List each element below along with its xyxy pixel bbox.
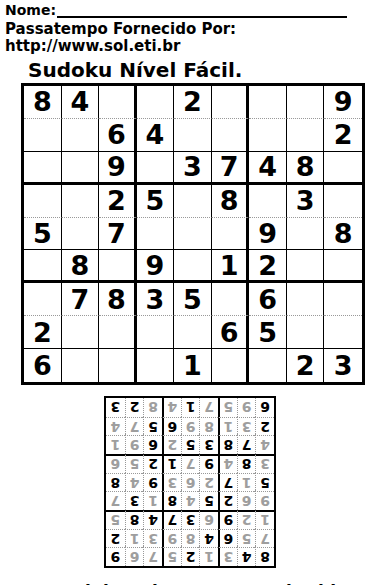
puzzle-cell-r5c1: 5 bbox=[24, 218, 62, 251]
solution-cell-r1c7: 7 bbox=[143, 547, 162, 566]
puzzle-cell-r3c3: 9 bbox=[99, 152, 137, 185]
sudoku-worksheet-page: Nome: Passatempo Fornecido Por: http://w… bbox=[0, 0, 380, 585]
solution-cell-r2c2: 5 bbox=[237, 529, 256, 548]
puzzle-cell-r8c8 bbox=[287, 316, 325, 349]
solution-cell-r3c3: 9 bbox=[218, 510, 237, 529]
solution-cell-r1c3: 3 bbox=[218, 547, 237, 566]
solution-cell-r6c9: 6 bbox=[106, 454, 125, 473]
puzzle-cell-r8c4 bbox=[137, 316, 175, 349]
solution-cell-r2c3: 6 bbox=[218, 529, 237, 548]
solution-cell-r8c7: 5 bbox=[143, 417, 162, 436]
solution-cell-r7c7: 6 bbox=[143, 435, 162, 454]
puzzle-cell-r4c3: 2 bbox=[99, 185, 137, 218]
solution-cell-r3c4: 6 bbox=[199, 510, 218, 529]
puzzle-cell-r5c2 bbox=[62, 218, 100, 251]
solution-cell-r1c4: 1 bbox=[199, 547, 218, 566]
puzzle-cell-r9c5: 1 bbox=[174, 349, 212, 382]
puzzle-cell-r6c4: 9 bbox=[137, 250, 175, 283]
solution-cell-r2c5: 8 bbox=[181, 529, 200, 548]
solution-cell-r8c1: 2 bbox=[255, 417, 274, 436]
solution-cell-r8c6: 6 bbox=[162, 417, 181, 436]
puzzle-cell-r9c7 bbox=[249, 349, 287, 382]
puzzle-cell-r4c8: 3 bbox=[287, 185, 325, 218]
solution-cell-r5c9: 8 bbox=[106, 473, 125, 492]
puzzle-cell-r6c5 bbox=[174, 250, 212, 283]
puzzle-cell-r6c7: 2 bbox=[249, 250, 287, 283]
solution-cell-r8c9: 4 bbox=[106, 417, 125, 436]
solution-cell-r3c8: 8 bbox=[125, 510, 144, 529]
solution-cell-r8c5: 9 bbox=[181, 417, 200, 436]
puzzle-cell-r8c1: 2 bbox=[24, 316, 62, 349]
puzzle-cell-r9c6 bbox=[212, 349, 250, 382]
puzzle-cell-r1c1: 8 bbox=[24, 86, 62, 119]
puzzle-cell-r5c3: 7 bbox=[99, 218, 137, 251]
puzzle-cell-r7c5: 5 bbox=[174, 283, 212, 316]
puzzle-cell-r7c6 bbox=[212, 283, 250, 316]
puzzle-cell-r2c7 bbox=[249, 119, 287, 152]
puzzle-cell-r1c8 bbox=[287, 86, 325, 119]
solution-cell-r9c8: 2 bbox=[125, 398, 144, 417]
puzzle-cell-r8c3 bbox=[99, 316, 137, 349]
solution-cell-r5c8: 4 bbox=[125, 473, 144, 492]
puzzle-cell-r8c6: 6 bbox=[212, 316, 250, 349]
solution-cell-r6c1: 3 bbox=[255, 454, 274, 473]
puzzle-cell-r4c9 bbox=[324, 185, 362, 218]
solution-cell-r8c2: 3 bbox=[237, 417, 256, 436]
solution-cell-r7c9: 1 bbox=[106, 435, 125, 454]
solution-cell-r3c6: 7 bbox=[162, 510, 181, 529]
solution-cell-r7c1: 4 bbox=[255, 435, 274, 454]
puzzle-cell-r4c5 bbox=[174, 185, 212, 218]
name-label: Nome: bbox=[5, 2, 56, 18]
puzzle-cell-r3c8: 8 bbox=[287, 152, 325, 185]
puzzle-cell-r5c6 bbox=[212, 218, 250, 251]
solution-cell-r5c4: 2 bbox=[199, 473, 218, 492]
solution-cell-r1c1: 8 bbox=[255, 547, 274, 566]
solution-cell-r7c6: 2 bbox=[162, 435, 181, 454]
puzzle-cell-r9c8: 2 bbox=[287, 349, 325, 382]
solution-cell-r6c6: 1 bbox=[162, 454, 181, 473]
solution-cell-r1c9: 9 bbox=[106, 547, 125, 566]
puzzle-cell-r5c5 bbox=[174, 218, 212, 251]
puzzle-cell-r8c2 bbox=[62, 316, 100, 349]
puzzle-cell-r8c9 bbox=[324, 316, 362, 349]
solution-cell-r3c1: 1 bbox=[255, 510, 274, 529]
puzzle-cell-r1c9: 9 bbox=[324, 86, 362, 119]
puzzle-cell-r1c7 bbox=[249, 86, 287, 119]
solution-cell-r9c6: 4 bbox=[162, 398, 181, 417]
puzzle-cell-r6c1 bbox=[24, 250, 62, 283]
solution-cell-r1c8: 6 bbox=[125, 547, 144, 566]
solution-area: 8431257697564893121296374859625481375172… bbox=[0, 396, 380, 568]
puzzle-cell-r4c2 bbox=[62, 185, 100, 218]
solution-cell-r2c8: 1 bbox=[125, 529, 144, 548]
puzzle-cell-r3c4 bbox=[137, 152, 175, 185]
puzzle-cell-r4c7 bbox=[249, 185, 287, 218]
puzzle-cell-r2c2 bbox=[62, 119, 100, 152]
puzzle-cell-r3c2 bbox=[62, 152, 100, 185]
solution-cell-r5c3: 7 bbox=[218, 473, 237, 492]
puzzle-cell-r1c4 bbox=[137, 86, 175, 119]
solution-cell-r9c2: 9 bbox=[237, 398, 256, 417]
solution-cell-r4c5: 4 bbox=[181, 491, 200, 510]
puzzle-cell-r1c3 bbox=[99, 86, 137, 119]
puzzle-cell-r4c1 bbox=[24, 185, 62, 218]
puzzle-cell-r2c8 bbox=[287, 119, 325, 152]
puzzle-cell-r6c6: 1 bbox=[212, 250, 250, 283]
solution-cell-r8c3: 1 bbox=[218, 417, 237, 436]
solution-cell-r7c4: 3 bbox=[199, 435, 218, 454]
solution-cell-r6c2: 8 bbox=[237, 454, 256, 473]
solution-cell-r6c4: 9 bbox=[199, 454, 218, 473]
solution-cell-r1c5: 2 bbox=[181, 547, 200, 566]
puzzle-cell-r7c8 bbox=[287, 283, 325, 316]
puzzle-cell-r5c4 bbox=[137, 218, 175, 251]
sudoku-solution-grid-rotated: 8431257697564893121296374859625481375172… bbox=[104, 396, 276, 568]
solution-cell-r4c7: 1 bbox=[143, 491, 162, 510]
puzzle-cell-r7c1 bbox=[24, 283, 62, 316]
puzzle-cell-r9c2 bbox=[62, 349, 100, 382]
solution-cell-r6c7: 2 bbox=[143, 454, 162, 473]
solution-cell-r4c3: 2 bbox=[218, 491, 237, 510]
solution-cell-r7c3: 8 bbox=[218, 435, 237, 454]
puzzle-cell-r2c6 bbox=[212, 119, 250, 152]
solution-cell-r5c1: 5 bbox=[255, 473, 274, 492]
solution-cell-r2c6: 9 bbox=[162, 529, 181, 548]
puzzle-cell-r9c9: 3 bbox=[324, 349, 362, 382]
puzzle-cell-r7c4: 3 bbox=[137, 283, 175, 316]
solution-cell-r3c2: 2 bbox=[237, 510, 256, 529]
solution-cell-r4c6: 8 bbox=[162, 491, 181, 510]
solution-cell-r3c7: 4 bbox=[143, 510, 162, 529]
puzzle-cell-r3c7: 4 bbox=[249, 152, 287, 185]
puzzle-cell-r9c1: 6 bbox=[24, 349, 62, 382]
puzzle-cell-r1c5: 2 bbox=[174, 86, 212, 119]
solution-cell-r2c7: 3 bbox=[143, 529, 162, 548]
puzzle-cell-r1c2: 4 bbox=[62, 86, 100, 119]
solution-cell-r7c5: 5 bbox=[181, 435, 200, 454]
puzzle-cell-r9c4 bbox=[137, 349, 175, 382]
puzzle-cell-r5c7: 9 bbox=[249, 218, 287, 251]
puzzle-cell-r3c5: 3 bbox=[174, 152, 212, 185]
solution-cell-r9c3: 5 bbox=[218, 398, 237, 417]
puzzle-cell-r2c1 bbox=[24, 119, 62, 152]
solution-cell-r9c1: 6 bbox=[255, 398, 274, 417]
solution-cell-r2c4: 4 bbox=[199, 529, 218, 548]
solution-cell-r7c8: 9 bbox=[125, 435, 144, 454]
puzzle-cell-r7c9 bbox=[324, 283, 362, 316]
puzzle-cell-r3c6: 7 bbox=[212, 152, 250, 185]
puzzle-cell-r2c5 bbox=[174, 119, 212, 152]
solution-cell-r9c7: 8 bbox=[143, 398, 162, 417]
solution-cell-r6c5: 7 bbox=[181, 454, 200, 473]
solution-cell-r3c9: 5 bbox=[106, 510, 125, 529]
solution-cell-r9c4: 7 bbox=[199, 398, 218, 417]
puzzle-cell-r2c9: 2 bbox=[324, 119, 362, 152]
solution-cell-r5c6: 3 bbox=[162, 473, 181, 492]
name-row: Nome: bbox=[5, 2, 347, 18]
solution-cell-r4c4: 5 bbox=[199, 491, 218, 510]
puzzle-cell-r8c7: 5 bbox=[249, 316, 287, 349]
puzzle-cell-r2c4: 4 bbox=[137, 119, 175, 152]
puzzle-cell-r7c3: 8 bbox=[99, 283, 137, 316]
puzzle-cell-r6c9 bbox=[324, 250, 362, 283]
solution-cell-r5c5: 6 bbox=[181, 473, 200, 492]
solution-cell-r4c9: 7 bbox=[106, 491, 125, 510]
solution-cell-r4c8: 3 bbox=[125, 491, 144, 510]
page-title: Sudoku Nível Fácil. bbox=[28, 59, 380, 81]
puzzle-cell-r6c3 bbox=[99, 250, 137, 283]
puzzle-cell-r7c7: 6 bbox=[249, 283, 287, 316]
solution-cell-r6c3: 4 bbox=[218, 454, 237, 473]
solution-cell-r7c2: 7 bbox=[237, 435, 256, 454]
solution-cell-r8c4: 8 bbox=[199, 417, 218, 436]
solution-cell-r6c8: 5 bbox=[125, 454, 144, 473]
solution-cell-r8c8: 7 bbox=[125, 417, 144, 436]
solution-cell-r3c5: 3 bbox=[181, 510, 200, 529]
puzzle-cell-r1c6 bbox=[212, 86, 250, 119]
puzzle-cell-r8c5 bbox=[174, 316, 212, 349]
puzzle-cell-r2c3: 6 bbox=[99, 119, 137, 152]
puzzle-cell-r6c8 bbox=[287, 250, 325, 283]
solution-cell-r2c9: 2 bbox=[106, 529, 125, 548]
puzzle-cell-r7c2: 7 bbox=[62, 283, 100, 316]
solution-cell-r5c7: 9 bbox=[143, 473, 162, 492]
provided-by-line: Passatempo Fornecido Por: http://www.sol… bbox=[5, 21, 380, 55]
solution-cell-r2c1: 7 bbox=[255, 529, 274, 548]
solution-cell-r5c2: 1 bbox=[237, 473, 256, 492]
solution-cell-r9c5: 1 bbox=[181, 398, 200, 417]
solution-cell-r1c2: 4 bbox=[237, 547, 256, 566]
solution-cell-r4c1: 9 bbox=[255, 491, 274, 510]
puzzle-cell-r4c6: 8 bbox=[212, 185, 250, 218]
puzzle-cell-r5c8 bbox=[287, 218, 325, 251]
puzzle-cell-r9c3 bbox=[99, 349, 137, 382]
solution-cell-r4c2: 6 bbox=[237, 491, 256, 510]
solution-cell-r1c6: 5 bbox=[162, 547, 181, 566]
puzzle-cell-r6c2: 8 bbox=[62, 250, 100, 283]
solution-cell-r9c9: 3 bbox=[106, 398, 125, 417]
puzzle-cell-r5c9: 8 bbox=[324, 218, 362, 251]
puzzle-cell-r4c4: 5 bbox=[137, 185, 175, 218]
name-blank-line bbox=[57, 3, 347, 18]
puzzle-cell-r3c9 bbox=[324, 152, 362, 185]
sudoku-puzzle-grid: 842964293748258357988912783562656123 bbox=[21, 83, 365, 385]
puzzle-cell-r3c1 bbox=[24, 152, 62, 185]
